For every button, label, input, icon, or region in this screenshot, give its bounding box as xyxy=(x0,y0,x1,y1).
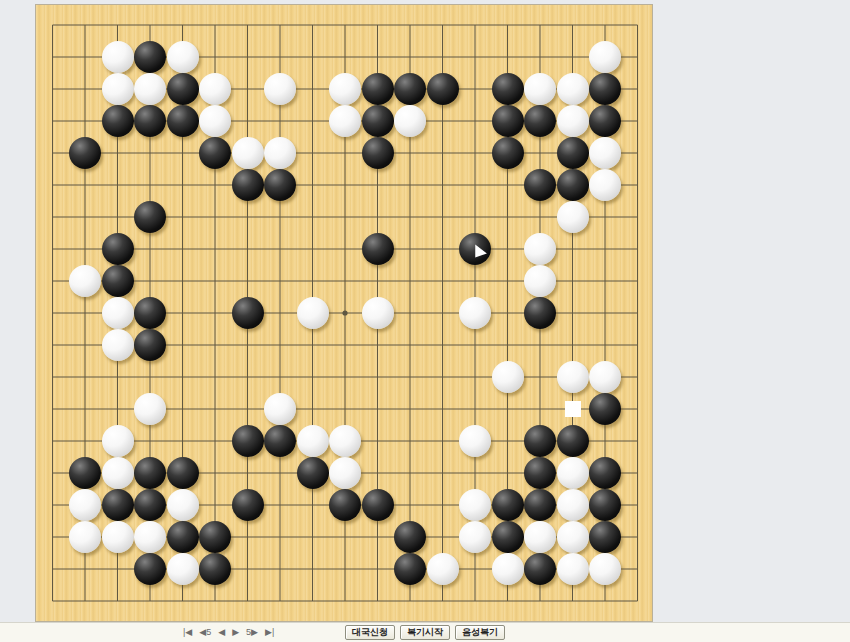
white-stone xyxy=(557,553,589,585)
white-stone xyxy=(264,73,296,105)
black-stone xyxy=(232,425,264,457)
black-stone xyxy=(199,553,231,585)
white-stone xyxy=(264,393,296,425)
white-stone xyxy=(524,233,556,265)
black-stone xyxy=(362,105,394,137)
white-stone xyxy=(69,265,101,297)
white-stone xyxy=(329,105,361,137)
game-request-button[interactable]: 대국신청 xyxy=(345,625,395,640)
black-stone xyxy=(557,169,589,201)
nav-forward-button[interactable]: ▶ xyxy=(232,626,239,638)
black-stone xyxy=(524,457,556,489)
black-stone xyxy=(589,393,621,425)
white-stone xyxy=(589,169,621,201)
black-stone xyxy=(362,137,394,169)
white-stone xyxy=(557,521,589,553)
white-stone xyxy=(69,521,101,553)
go-board[interactable] xyxy=(35,4,653,622)
black-stone xyxy=(232,169,264,201)
white-stone xyxy=(557,489,589,521)
white-stone xyxy=(167,489,199,521)
black-stone xyxy=(459,233,491,265)
white-stone xyxy=(329,457,361,489)
white-stone xyxy=(589,361,621,393)
white-stone xyxy=(557,105,589,137)
nav-first-button[interactable]: |◀ xyxy=(183,626,192,638)
white-stone xyxy=(264,137,296,169)
white-stone xyxy=(102,457,134,489)
black-stone xyxy=(394,73,426,105)
white-stone xyxy=(459,521,491,553)
black-stone xyxy=(134,41,166,73)
white-stone xyxy=(102,73,134,105)
white-stone xyxy=(557,201,589,233)
white-stone xyxy=(557,457,589,489)
black-stone xyxy=(589,105,621,137)
white-stone xyxy=(524,73,556,105)
nav-forward5-button[interactable]: 5▶ xyxy=(246,626,258,638)
black-stone xyxy=(232,489,264,521)
black-stone xyxy=(264,425,296,457)
black-stone xyxy=(557,425,589,457)
black-stone xyxy=(524,425,556,457)
white-stone xyxy=(394,105,426,137)
white-stone xyxy=(557,361,589,393)
white-stone xyxy=(102,425,134,457)
black-stone xyxy=(589,457,621,489)
white-stone xyxy=(199,105,231,137)
white-stone xyxy=(524,521,556,553)
white-stone xyxy=(492,361,524,393)
black-stone xyxy=(199,521,231,553)
black-stone xyxy=(102,265,134,297)
black-stone xyxy=(102,105,134,137)
white-stone xyxy=(134,393,166,425)
white-stone xyxy=(199,73,231,105)
black-stone xyxy=(102,489,134,521)
black-stone xyxy=(524,553,556,585)
black-stone xyxy=(524,489,556,521)
action-buttons: 대국신청 복기시작 음성복기 xyxy=(345,625,505,640)
white-stone xyxy=(297,425,329,457)
black-stone xyxy=(199,137,231,169)
white-stone xyxy=(329,425,361,457)
nav-back5-button[interactable]: ◀5 xyxy=(199,626,211,638)
white-stone xyxy=(524,265,556,297)
white-stone xyxy=(167,553,199,585)
white-stone xyxy=(459,297,491,329)
white-stone xyxy=(134,521,166,553)
white-stone xyxy=(102,521,134,553)
white-stone xyxy=(69,489,101,521)
black-stone xyxy=(134,553,166,585)
black-stone xyxy=(329,489,361,521)
nav-last-button[interactable]: ▶| xyxy=(265,626,274,638)
black-stone xyxy=(524,105,556,137)
black-stone xyxy=(167,521,199,553)
white-stone xyxy=(102,41,134,73)
white-stone xyxy=(297,297,329,329)
white-stone xyxy=(134,73,166,105)
white-stone xyxy=(589,137,621,169)
white-stone xyxy=(589,41,621,73)
black-stone xyxy=(492,105,524,137)
black-stone xyxy=(69,457,101,489)
black-stone xyxy=(134,489,166,521)
black-stone xyxy=(167,73,199,105)
black-stone xyxy=(134,201,166,233)
black-stone xyxy=(427,73,459,105)
white-stone xyxy=(362,297,394,329)
black-stone xyxy=(524,169,556,201)
white-stone xyxy=(102,297,134,329)
black-stone xyxy=(232,297,264,329)
white-stone xyxy=(329,73,361,105)
black-stone xyxy=(362,489,394,521)
black-stone xyxy=(589,73,621,105)
move-navigation: |◀ ◀5 ◀ ▶ 5▶ ▶| xyxy=(183,626,274,638)
white-stone xyxy=(589,553,621,585)
black-stone xyxy=(557,137,589,169)
white-stone xyxy=(427,553,459,585)
white-stone xyxy=(102,329,134,361)
black-stone xyxy=(134,329,166,361)
white-stone xyxy=(459,489,491,521)
review-start-button[interactable]: 복기시작 xyxy=(400,625,450,640)
app-window: |◀ ◀5 ◀ ▶ 5▶ ▶| 대국신청 복기시작 음성복기 xyxy=(0,0,850,642)
black-stone xyxy=(492,521,524,553)
black-stone xyxy=(492,73,524,105)
white-stone xyxy=(459,425,491,457)
black-stone xyxy=(264,169,296,201)
white-stone xyxy=(167,41,199,73)
black-stone xyxy=(134,297,166,329)
white-stone xyxy=(492,553,524,585)
black-stone xyxy=(524,297,556,329)
black-stone xyxy=(102,233,134,265)
black-stone xyxy=(589,521,621,553)
black-stone xyxy=(297,457,329,489)
black-stone xyxy=(394,553,426,585)
voice-review-button[interactable]: 음성복기 xyxy=(455,625,505,640)
black-stone xyxy=(167,105,199,137)
black-stone xyxy=(394,521,426,553)
black-stone xyxy=(69,137,101,169)
black-stone xyxy=(492,137,524,169)
black-stone xyxy=(167,457,199,489)
black-stone xyxy=(589,489,621,521)
bottom-bar: |◀ ◀5 ◀ ▶ 5▶ ▶| 대국신청 복기시작 음성복기 xyxy=(0,622,850,642)
white-stone xyxy=(232,137,264,169)
black-stone xyxy=(134,457,166,489)
black-stone xyxy=(362,73,394,105)
nav-back-button[interactable]: ◀ xyxy=(218,626,225,638)
black-stone xyxy=(362,233,394,265)
white-square-marker xyxy=(565,401,581,417)
black-stone xyxy=(134,105,166,137)
white-stone xyxy=(557,73,589,105)
black-stone xyxy=(492,489,524,521)
